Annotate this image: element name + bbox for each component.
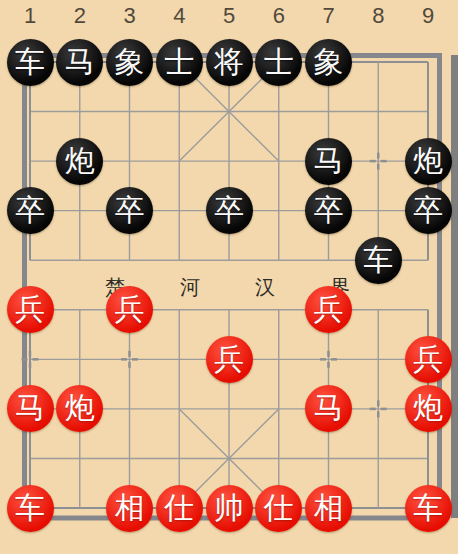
xiangqi-app: 123456789 楚河汉界车马象士将士象炮马炮卒卒卒卒卒车兵兵兵兵兵马炮马炮车… [0,0,458,554]
board-shadow-edge [451,55,458,518]
river-label: 汉 [252,274,278,300]
piece-red-advisor[interactable]: 仕 [255,485,302,532]
column-label: 7 [315,2,343,30]
xiangqi-board[interactable]: 楚河汉界车马象士将士象炮马炮卒卒卒卒卒车兵兵兵兵兵马炮马炮车相仕帅仕相车 [0,0,458,554]
board-frame [25,56,440,519]
piece-red-chariot[interactable]: 车 [405,485,452,532]
column-label: 1 [16,2,44,30]
piece-red-soldier[interactable]: 兵 [405,336,452,383]
piece-red-cannon[interactable]: 炮 [405,385,452,432]
piece-black-soldier[interactable]: 卒 [7,187,54,234]
piece-black-soldier[interactable]: 卒 [405,187,452,234]
column-label: 6 [265,2,293,30]
piece-red-general[interactable]: 帅 [206,485,253,532]
piece-black-chariot[interactable]: 车 [7,39,54,86]
piece-black-cannon[interactable]: 炮 [56,138,103,185]
piece-red-soldier[interactable]: 兵 [305,286,352,333]
piece-red-soldier[interactable]: 兵 [7,286,54,333]
column-label: 8 [364,2,392,30]
piece-red-advisor[interactable]: 仕 [156,485,203,532]
piece-black-general[interactable]: 将 [206,39,253,86]
piece-black-chariot[interactable]: 车 [355,237,402,284]
piece-black-horse[interactable]: 马 [305,138,352,185]
piece-black-advisor[interactable]: 士 [156,39,203,86]
piece-red-elephant[interactable]: 相 [305,485,352,532]
column-label: 4 [165,2,193,30]
piece-red-soldier[interactable]: 兵 [106,286,153,333]
piece-black-advisor[interactable]: 士 [255,39,302,86]
piece-black-soldier[interactable]: 卒 [106,187,153,234]
piece-black-horse[interactable]: 马 [56,39,103,86]
piece-black-soldier[interactable]: 卒 [305,187,352,234]
piece-red-elephant[interactable]: 相 [106,485,153,532]
piece-black-elephant[interactable]: 象 [106,39,153,86]
piece-red-chariot[interactable]: 车 [7,485,54,532]
piece-black-soldier[interactable]: 卒 [206,187,253,234]
piece-red-horse[interactable]: 马 [7,385,54,432]
column-label: 9 [414,2,442,30]
piece-black-cannon[interactable]: 炮 [405,138,452,185]
piece-black-elephant[interactable]: 象 [305,39,352,86]
column-label: 3 [116,2,144,30]
piece-red-soldier[interactable]: 兵 [206,336,253,383]
river-label: 河 [177,274,203,300]
column-label: 5 [215,2,243,30]
column-label: 2 [66,2,94,30]
